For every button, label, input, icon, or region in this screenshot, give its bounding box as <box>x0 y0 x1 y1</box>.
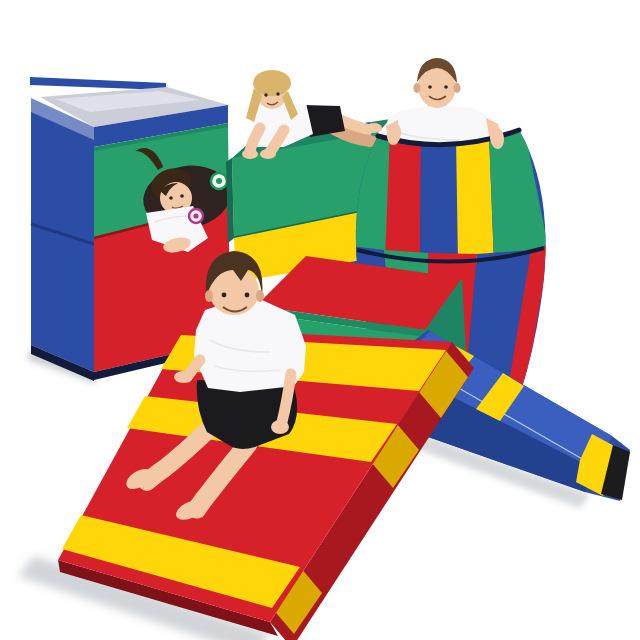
wedge-girl-foot-top <box>366 123 382 133</box>
window-girl-eye-left <box>169 196 173 200</box>
barrel-boy-ear-left <box>414 83 421 93</box>
slide-boy-hand-left <box>174 371 192 383</box>
barrel-stripe <box>420 135 458 265</box>
barrel-stripe <box>385 132 421 264</box>
wedge-girl-hand-right <box>260 149 276 159</box>
purple-badge-dot <box>193 213 198 218</box>
barrel-boy-eye-right <box>444 85 448 89</box>
barrel-stripe <box>456 135 494 265</box>
wedge-girl-hair-top <box>253 70 291 96</box>
wedge-girl-eye-left <box>264 93 267 96</box>
tower-lid-back-lip <box>30 77 166 90</box>
slide-boy-hand-right <box>271 420 289 434</box>
slide-boy-ear-right <box>256 290 264 302</box>
soft-play-scene <box>0 0 640 640</box>
green-badge-dot <box>216 178 222 184</box>
wedge-girl-eye-right <box>276 92 279 95</box>
product-photo-stage <box>0 0 640 640</box>
wedge-girl-hand-left <box>242 149 258 159</box>
slide-boy-ear-left <box>205 290 213 302</box>
slide-boy-eye-left <box>222 293 227 298</box>
slide-boy-eye-right <box>245 293 250 298</box>
barrel-boy-ear-right <box>454 83 461 93</box>
barrel-boy-eye-left <box>428 85 432 89</box>
window-girl-eye-right <box>180 194 184 198</box>
